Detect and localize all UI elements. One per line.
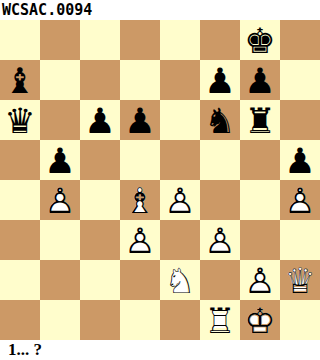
white-pawn-outline-icon: ♙ xyxy=(200,220,240,260)
square-h4[interactable]: ♟♙ xyxy=(280,180,320,220)
square-e7[interactable] xyxy=(160,60,200,100)
square-e4[interactable]: ♟♙ xyxy=(160,180,200,220)
black-queen-icon: ♛ xyxy=(0,100,40,140)
white-pawn: ♟♙ xyxy=(120,220,160,260)
black-knight-icon: ♞ xyxy=(200,100,240,140)
square-g1[interactable]: ♚♔ xyxy=(240,300,280,340)
square-d8[interactable] xyxy=(120,20,160,60)
black-king: ♚ xyxy=(240,20,280,60)
square-b2[interactable] xyxy=(40,260,80,300)
black-pawn-icon: ♟ xyxy=(80,100,120,140)
square-f6[interactable]: ♞ xyxy=(200,100,240,140)
square-a5[interactable] xyxy=(0,140,40,180)
square-c3[interactable] xyxy=(80,220,120,260)
square-h7[interactable] xyxy=(280,60,320,100)
white-pawn-outline-icon: ♙ xyxy=(240,260,280,300)
square-d4[interactable]: ♝♗ xyxy=(120,180,160,220)
black-pawn-icon: ♟ xyxy=(120,100,160,140)
square-c6[interactable]: ♟ xyxy=(80,100,120,140)
square-g2[interactable]: ♟♙ xyxy=(240,260,280,300)
square-g3[interactable] xyxy=(240,220,280,260)
square-e2[interactable]: ♞♘ xyxy=(160,260,200,300)
white-pawn: ♟♙ xyxy=(280,180,320,220)
square-h3[interactable] xyxy=(280,220,320,260)
square-f1[interactable]: ♜♖ xyxy=(200,300,240,340)
black-knight: ♞ xyxy=(200,100,240,140)
black-pawn: ♟ xyxy=(80,100,120,140)
square-d2[interactable] xyxy=(120,260,160,300)
black-pawn: ♟ xyxy=(240,60,280,100)
square-b6[interactable] xyxy=(40,100,80,140)
white-queen-outline-icon: ♕ xyxy=(280,260,320,300)
square-c4[interactable] xyxy=(80,180,120,220)
square-a7[interactable]: ♝ xyxy=(0,60,40,100)
square-d7[interactable] xyxy=(120,60,160,100)
white-bishop-outline-icon: ♗ xyxy=(120,180,160,220)
white-pawn-outline-icon: ♙ xyxy=(120,220,160,260)
white-king: ♚♔ xyxy=(240,300,280,340)
square-g5[interactable] xyxy=(240,140,280,180)
white-pawn: ♟♙ xyxy=(200,220,240,260)
square-e8[interactable] xyxy=(160,20,200,60)
square-g4[interactable] xyxy=(240,180,280,220)
square-a6[interactable]: ♛ xyxy=(0,100,40,140)
black-queen: ♛ xyxy=(0,100,40,140)
square-h1[interactable] xyxy=(280,300,320,340)
square-f5[interactable] xyxy=(200,140,240,180)
black-king-icon: ♚ xyxy=(240,20,280,60)
square-f4[interactable] xyxy=(200,180,240,220)
square-f8[interactable] xyxy=(200,20,240,60)
white-pawn-outline-icon: ♙ xyxy=(40,180,80,220)
square-h5[interactable]: ♟ xyxy=(280,140,320,180)
white-pawn: ♟♙ xyxy=(160,180,200,220)
square-a4[interactable] xyxy=(0,180,40,220)
square-a2[interactable] xyxy=(0,260,40,300)
square-b3[interactable] xyxy=(40,220,80,260)
square-c8[interactable] xyxy=(80,20,120,60)
white-queen: ♛♕ xyxy=(280,260,320,300)
square-b8[interactable] xyxy=(40,20,80,60)
white-pawn: ♟♙ xyxy=(240,260,280,300)
square-c7[interactable] xyxy=(80,60,120,100)
square-g6[interactable]: ♜ xyxy=(240,100,280,140)
white-rook-outline-icon: ♖ xyxy=(200,300,240,340)
black-pawn: ♟ xyxy=(280,140,320,180)
square-h2[interactable]: ♛♕ xyxy=(280,260,320,300)
diagram-title: WCSAC.0094 xyxy=(0,0,320,20)
square-e5[interactable] xyxy=(160,140,200,180)
square-e1[interactable] xyxy=(160,300,200,340)
black-rook-icon: ♜ xyxy=(240,100,280,140)
black-pawn-icon: ♟ xyxy=(40,140,80,180)
black-rook: ♜ xyxy=(240,100,280,140)
white-pawn: ♟♙ xyxy=(40,180,80,220)
square-f2[interactable] xyxy=(200,260,240,300)
white-pawn-outline-icon: ♙ xyxy=(160,180,200,220)
square-f7[interactable]: ♟ xyxy=(200,60,240,100)
square-b7[interactable] xyxy=(40,60,80,100)
black-pawn-icon: ♟ xyxy=(240,60,280,100)
white-king-outline-icon: ♔ xyxy=(240,300,280,340)
square-b4[interactable]: ♟♙ xyxy=(40,180,80,220)
white-rook: ♜♖ xyxy=(200,300,240,340)
black-pawn-icon: ♟ xyxy=(200,60,240,100)
square-c2[interactable] xyxy=(80,260,120,300)
square-h8[interactable] xyxy=(280,20,320,60)
black-pawn: ♟ xyxy=(120,100,160,140)
square-a8[interactable] xyxy=(0,20,40,60)
square-g8[interactable]: ♚ xyxy=(240,20,280,60)
white-pawn-outline-icon: ♙ xyxy=(280,180,320,220)
square-b5[interactable]: ♟ xyxy=(40,140,80,180)
white-bishop: ♝♗ xyxy=(120,180,160,220)
chess-board: ♚♝♟♟♛♟♟♞♜♟♟♟♙♝♗♟♙♟♙♟♙♟♙♞♘♟♙♛♕♜♖♚♔ xyxy=(0,20,320,340)
square-f3[interactable]: ♟♙ xyxy=(200,220,240,260)
white-knight: ♞♘ xyxy=(160,260,200,300)
black-pawn: ♟ xyxy=(200,60,240,100)
white-knight-outline-icon: ♘ xyxy=(160,260,200,300)
square-a3[interactable] xyxy=(0,220,40,260)
move-prompt: 1... ? xyxy=(0,340,320,360)
black-bishop-icon: ♝ xyxy=(0,60,40,100)
black-bishop: ♝ xyxy=(0,60,40,100)
square-e3[interactable] xyxy=(160,220,200,260)
black-pawn-icon: ♟ xyxy=(280,140,320,180)
square-c1[interactable] xyxy=(80,300,120,340)
square-d1[interactable] xyxy=(120,300,160,340)
square-d6[interactable]: ♟ xyxy=(120,100,160,140)
square-b1[interactable] xyxy=(40,300,80,340)
square-e6[interactable] xyxy=(160,100,200,140)
square-h6[interactable] xyxy=(280,100,320,140)
square-c5[interactable] xyxy=(80,140,120,180)
square-a1[interactable] xyxy=(0,300,40,340)
square-g7[interactable]: ♟ xyxy=(240,60,280,100)
black-pawn: ♟ xyxy=(40,140,80,180)
square-d5[interactable] xyxy=(120,140,160,180)
square-d3[interactable]: ♟♙ xyxy=(120,220,160,260)
